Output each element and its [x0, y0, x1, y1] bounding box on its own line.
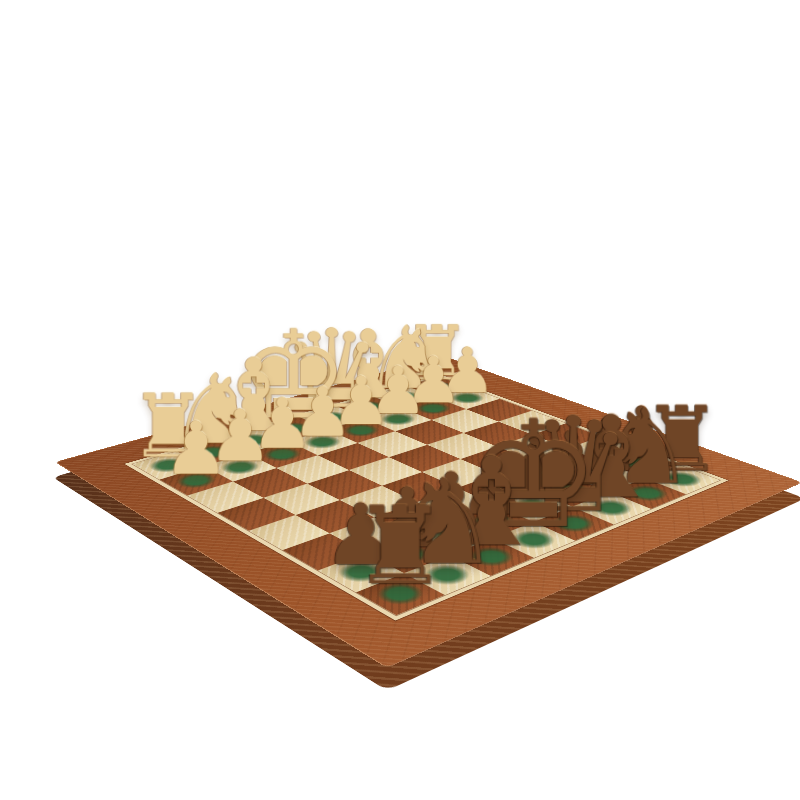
board-3d-wrapper: ♜♞♝♛♚♝♞♜♟♟♟♟♟♟♟♟♟♟♟♟♟♟♟♟♜♞♝♛♚♝♞♜: [55, 356, 800, 668]
square-h3[interactable]: [188, 481, 264, 512]
piece-white-pawn-h2[interactable]: ♟: [115, 412, 277, 485]
product-photo-background: ♜♞♝♛♚♝♞♜♟♟♟♟♟♟♟♟♟♟♟♟♟♟♟♟♜♞♝♛♚♝♞♜: [0, 0, 800, 800]
board-inlay-line: ♜♞♝♛♚♝♞♜♟♟♟♟♟♟♟♟♟♟♟♟♟♟♟♟♜♞♝♛♚♝♞♜: [123, 374, 730, 622]
board-frame: ♜♞♝♛♚♝♞♜♟♟♟♟♟♟♟♟♟♟♟♟♟♟♟♟♜♞♝♛♚♝♞♜: [55, 356, 800, 668]
piece-black-rook-h8[interactable]: ♜: [303, 493, 497, 600]
square-h8[interactable]: ♜: [356, 573, 445, 615]
square-h2[interactable]: ♟: [159, 466, 233, 496]
